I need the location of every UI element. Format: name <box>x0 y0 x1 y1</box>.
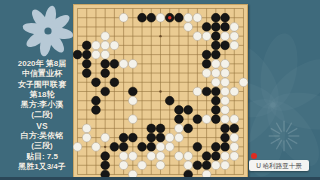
black-stone <box>221 41 230 50</box>
go-board-grid <box>73 4 248 180</box>
black-rank-line: (二段) <box>2 110 82 120</box>
white-stone <box>110 41 119 50</box>
white-stone <box>193 32 202 41</box>
black-stone <box>92 96 101 105</box>
white-stone <box>211 161 220 170</box>
white-stone <box>221 96 230 105</box>
black-stone <box>211 41 220 50</box>
black-stone <box>202 161 211 170</box>
black-stone <box>128 87 137 96</box>
white-stone <box>193 13 202 22</box>
white-stone <box>184 13 193 22</box>
white-stone <box>202 32 211 41</box>
black-stone <box>101 170 110 179</box>
channel-watermark: U 哈利路亚十景 <box>249 153 315 173</box>
black-stone <box>101 87 110 96</box>
black-stone <box>175 106 184 115</box>
black-stone <box>211 13 220 22</box>
black-stone <box>193 161 202 170</box>
black-stone <box>156 124 165 133</box>
white-stone <box>119 59 128 68</box>
white-stone <box>221 59 230 68</box>
black-stone <box>101 59 110 68</box>
white-player-line: 白方:吴依铭 <box>2 131 82 141</box>
white-stone <box>147 152 156 161</box>
red-dot-icon <box>251 153 257 159</box>
black-stone <box>211 87 220 96</box>
black-stone <box>92 78 101 87</box>
white-stone <box>184 161 193 170</box>
black-stone <box>119 133 128 142</box>
white-stone <box>119 161 128 170</box>
black-stone <box>184 124 193 133</box>
black-stone <box>175 115 184 124</box>
black-stone <box>221 142 230 151</box>
white-stone <box>193 87 202 96</box>
white-stone <box>221 87 230 96</box>
black-stone <box>82 41 91 50</box>
flower-logo-icon <box>20 4 76 58</box>
black-stone <box>175 13 184 22</box>
white-stone <box>221 152 230 161</box>
white-stone <box>128 170 137 179</box>
white-stone <box>156 152 165 161</box>
black-stone <box>211 96 220 105</box>
last-move-marker <box>168 16 171 19</box>
watermark-box: U 哈利路亚十景 <box>249 160 309 171</box>
white-stone <box>184 152 193 161</box>
black-stone <box>147 13 156 22</box>
black-stone <box>202 152 211 161</box>
black-stone <box>101 69 110 78</box>
black-player-line: 黑方:李小溪 <box>2 100 82 110</box>
black-stone <box>147 133 156 142</box>
black-stone <box>101 152 110 161</box>
black-stone <box>211 50 220 59</box>
white-stone <box>230 115 239 124</box>
white-stone <box>221 32 230 41</box>
black-stone <box>221 23 230 32</box>
white-stone <box>92 50 101 59</box>
black-stone <box>92 106 101 115</box>
black-stone <box>202 59 211 68</box>
white-stone <box>184 23 193 32</box>
black-stone <box>156 133 165 142</box>
black-stone <box>82 50 91 59</box>
black-stone <box>221 124 230 133</box>
black-stone <box>211 23 220 32</box>
black-stone <box>119 142 128 151</box>
white-stone <box>101 32 110 41</box>
white-stone <box>202 170 211 179</box>
tournament-info: 2020年 第8届 中信置业杯 女子围甲联赛 第18轮 黑方:李小溪 (二段) … <box>2 59 82 172</box>
white-stone <box>202 69 211 78</box>
black-stone <box>110 59 119 68</box>
white-stone <box>101 41 110 50</box>
white-stone <box>221 69 230 78</box>
black-stone <box>211 152 220 161</box>
black-stone <box>138 13 147 22</box>
white-stone <box>175 133 184 142</box>
white-stone <box>230 32 239 41</box>
white-stone <box>221 161 230 170</box>
white-stone <box>230 41 239 50</box>
black-stone <box>202 87 211 96</box>
black-stone <box>184 170 193 179</box>
vs-label: VS <box>2 121 82 131</box>
black-stone <box>211 115 220 124</box>
event-league-line: 女子围甲联赛 <box>2 80 82 90</box>
white-stone <box>156 13 165 22</box>
black-stone <box>82 69 91 78</box>
black-stone <box>147 142 156 151</box>
black-stone <box>221 133 230 142</box>
black-stone <box>211 32 220 41</box>
go-board <box>73 4 248 180</box>
white-stone <box>221 78 230 87</box>
white-stone <box>211 78 220 87</box>
white-stone <box>128 152 137 161</box>
result-line: 黑胜1又3/4子 <box>2 162 82 172</box>
black-stone <box>211 106 220 115</box>
white-stone <box>230 152 239 161</box>
komi-line: 贴目: 7.5 <box>2 152 82 162</box>
white-stone <box>101 133 110 142</box>
black-stone <box>211 142 220 151</box>
white-stone <box>230 142 239 151</box>
white-stone <box>239 78 248 87</box>
white-stone <box>92 41 101 50</box>
info-panel: 2020年 第8届 中信置业杯 女子围甲联赛 第18轮 黑方:李小溪 (二段) … <box>0 0 76 180</box>
black-stone <box>82 59 91 68</box>
white-stone <box>175 124 184 133</box>
white-stone <box>101 50 110 59</box>
black-stone <box>202 23 211 32</box>
white-stone <box>82 133 91 142</box>
white-stone <box>211 69 220 78</box>
black-stone <box>110 78 119 87</box>
event-year-line: 2020年 第8届 <box>2 59 82 69</box>
white-stone <box>119 152 128 161</box>
black-stone <box>202 50 211 59</box>
white-stone <box>138 161 147 170</box>
black-stone <box>221 13 230 22</box>
round-line: 第18轮 <box>2 90 82 100</box>
background-starburst-icon <box>266 118 302 154</box>
event-cup-line: 中信置业杯 <box>2 69 82 79</box>
black-stone <box>147 124 156 133</box>
black-stone <box>110 142 119 151</box>
watermark-text: U 哈利路亚十景 <box>256 160 302 171</box>
black-stone <box>128 133 137 142</box>
video-thumbnail: 2020年 第8届 中信置业杯 女子围甲联赛 第18轮 黑方:李小溪 (二段) … <box>0 0 320 180</box>
white-stone <box>221 106 230 115</box>
white-stone <box>230 133 239 142</box>
white-stone <box>128 96 137 105</box>
white-stone <box>82 124 91 133</box>
black-stone <box>73 50 82 59</box>
black-stone <box>101 161 110 170</box>
white-stone <box>119 13 128 22</box>
black-stone <box>165 96 174 105</box>
white-stone <box>156 161 165 170</box>
black-stone <box>184 106 193 115</box>
black-stone <box>193 115 202 124</box>
white-stone <box>211 59 220 68</box>
white-stone <box>92 142 101 151</box>
white-stone <box>128 115 137 124</box>
black-stone <box>193 142 202 151</box>
white-stone <box>221 115 230 124</box>
white-stone <box>202 115 211 124</box>
white-stone <box>165 142 174 151</box>
white-stone <box>73 142 82 151</box>
white-stone <box>165 133 174 142</box>
white-stone <box>230 23 239 32</box>
white-stone <box>230 87 239 96</box>
white-stone <box>128 59 137 68</box>
black-stone <box>138 142 147 151</box>
white-stone <box>156 142 165 151</box>
white-rank-line: (三段) <box>2 141 82 151</box>
black-stone <box>230 124 239 133</box>
white-stone <box>175 152 184 161</box>
